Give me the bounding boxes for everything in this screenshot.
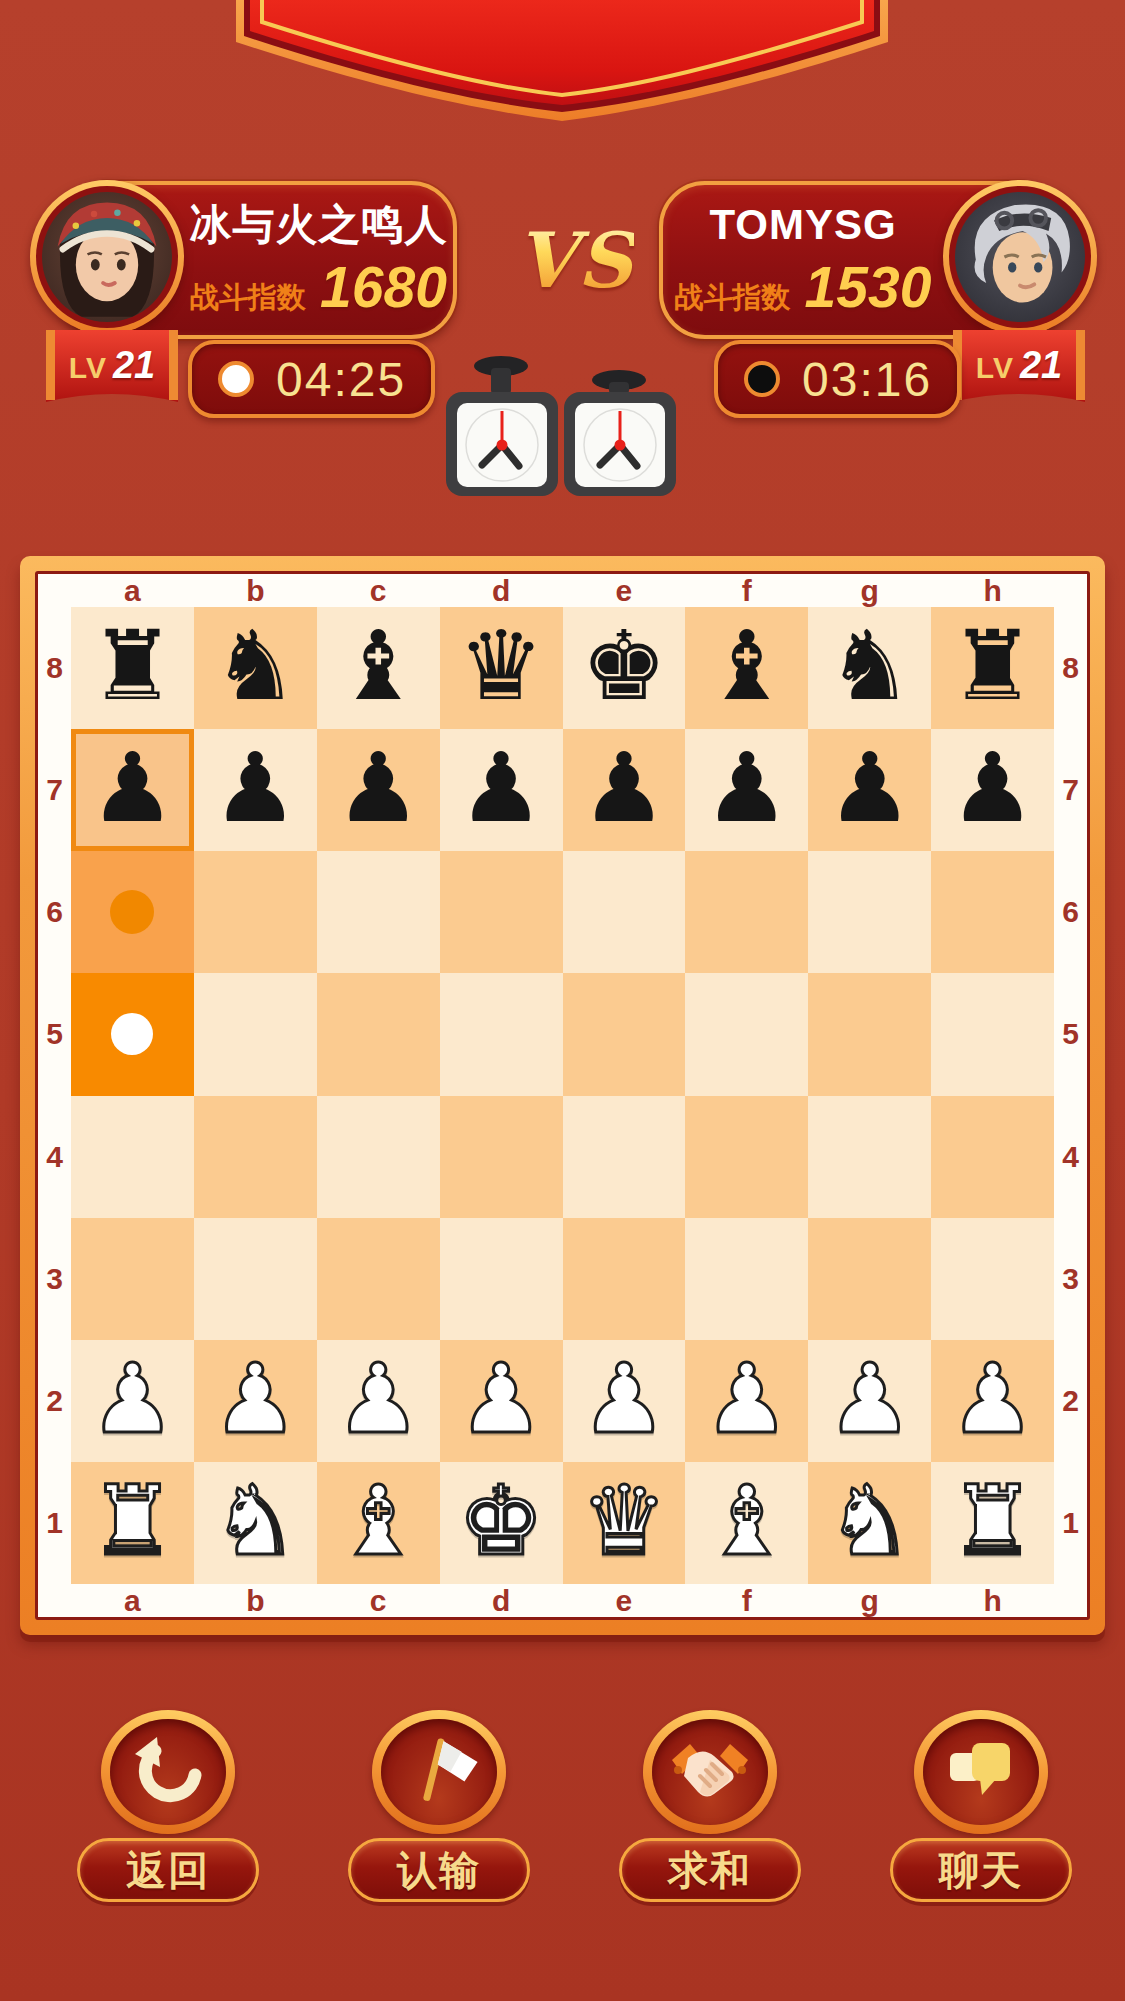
square-e8[interactable]: ♚: [563, 607, 686, 729]
square-e1[interactable]: ♛: [563, 1462, 686, 1584]
piece-white-pawn: ♟: [704, 1351, 790, 1447]
level-banner-black: LV21: [953, 330, 1085, 418]
piece-black-knight: ♞: [827, 618, 913, 714]
handshake-icon: [670, 1732, 750, 1812]
piece-white-rook: ♜: [89, 1473, 175, 1569]
piece-black-pawn: ♟: [458, 740, 544, 836]
file-label-d-top: d: [440, 574, 563, 607]
piece-black-bishop: ♝: [335, 618, 421, 714]
square-h2[interactable]: ♟: [931, 1340, 1054, 1462]
rank-label-2-left: 2: [38, 1340, 71, 1462]
square-h8[interactable]: ♜: [931, 607, 1054, 729]
square-a2[interactable]: ♟: [71, 1340, 194, 1462]
square-e7[interactable]: ♟: [563, 729, 686, 851]
square-a8[interactable]: ♜: [71, 607, 194, 729]
square-g3[interactable]: [808, 1218, 931, 1340]
square-b6[interactable]: [194, 851, 317, 973]
file-label-e-top: e: [563, 574, 686, 607]
player-name-black: TOMYSG: [663, 202, 943, 248]
piece-black-rook: ♜: [950, 618, 1036, 714]
square-c1[interactable]: ♝: [317, 1462, 440, 1584]
square-b7[interactable]: ♟: [194, 729, 317, 851]
avatar-girl-portrait: [42, 192, 172, 322]
square-b4[interactable]: [194, 1096, 317, 1218]
rating-value-black: 1530: [805, 254, 932, 320]
piece-white-pawn: ♟: [950, 1351, 1036, 1447]
square-b8[interactable]: ♞: [194, 607, 317, 729]
board-corner: [1054, 574, 1087, 607]
square-d5[interactable]: [440, 973, 563, 1095]
square-f2[interactable]: ♟: [685, 1340, 808, 1462]
draw-offer-button[interactable]: 求和: [615, 1710, 805, 1906]
square-c5[interactable]: [317, 973, 440, 1095]
square-f3[interactable]: [685, 1218, 808, 1340]
chat-bubbles-icon: [944, 1735, 1018, 1809]
piece-white-king: ♚: [458, 1473, 544, 1569]
move-hint-dot: [110, 890, 154, 934]
rank-label-8-right: 8: [1054, 607, 1087, 729]
piece-black-pawn: ♟: [212, 740, 298, 836]
avatar-boy-portrait: [955, 192, 1085, 322]
avatar-white-player[interactable]: [30, 180, 184, 334]
file-label-h-bottom: h: [931, 1584, 1054, 1617]
square-a5[interactable]: [71, 973, 194, 1095]
piece-black-queen: ♛: [458, 618, 544, 714]
rank-label-1-right: 1: [1054, 1462, 1087, 1584]
rank-label-5-right: 5: [1054, 973, 1087, 1095]
piece-white-pawn: ♟: [581, 1351, 667, 1447]
rank-label-4-right: 4: [1054, 1096, 1087, 1218]
square-g8[interactable]: ♞: [808, 607, 931, 729]
chat-button-label: 聊天: [939, 1843, 1023, 1898]
square-c6[interactable]: [317, 851, 440, 973]
square-b5[interactable]: [194, 973, 317, 1095]
square-f8[interactable]: ♝: [685, 607, 808, 729]
square-g6[interactable]: [808, 851, 931, 973]
rank-label-7-left: 7: [38, 729, 71, 851]
piece-white-bishop: ♝: [335, 1473, 421, 1569]
square-f5[interactable]: [685, 973, 808, 1095]
rank-label-2-right: 2: [1054, 1340, 1087, 1462]
undo-arrow-icon: [131, 1735, 205, 1809]
square-f1[interactable]: ♝: [685, 1462, 808, 1584]
piece-white-knight: ♞: [212, 1473, 298, 1569]
rank-label-1-left: 1: [38, 1462, 71, 1584]
file-label-g-top: g: [808, 574, 931, 607]
square-e3[interactable]: [563, 1218, 686, 1340]
level-value-white: 21: [113, 344, 155, 386]
piece-white-pawn: ♟: [212, 1351, 298, 1447]
piece-white-pawn: ♟: [827, 1351, 913, 1447]
file-label-f-bottom: f: [685, 1584, 808, 1617]
file-label-c-top: c: [317, 574, 440, 607]
file-label-d-bottom: d: [440, 1584, 563, 1617]
rating-value-white: 1680: [320, 254, 447, 320]
timer-black: 03:16: [714, 340, 961, 418]
banner-ribbon: [0, 0, 1125, 130]
white-flag-icon: [400, 1733, 478, 1811]
player-name-white: 冰与火之鸣人: [184, 202, 453, 248]
square-c2[interactable]: ♟: [317, 1340, 440, 1462]
square-h5[interactable]: [931, 973, 1054, 1095]
square-e4[interactable]: [563, 1096, 686, 1218]
file-label-b-top: b: [194, 574, 317, 607]
piece-white-rook: ♜: [950, 1473, 1036, 1569]
square-c8[interactable]: ♝: [317, 607, 440, 729]
resign-button[interactable]: 认输: [344, 1710, 534, 1906]
rank-label-6-right: 6: [1054, 851, 1087, 973]
square-d4[interactable]: [440, 1096, 563, 1218]
square-h1[interactable]: ♜: [931, 1462, 1054, 1584]
piece-black-rook: ♜: [89, 618, 175, 714]
chess-clock-icon: [444, 348, 678, 500]
back-button-label: 返回: [126, 1843, 210, 1898]
square-b3[interactable]: [194, 1218, 317, 1340]
square-g5[interactable]: [808, 973, 931, 1095]
square-b1[interactable]: ♞: [194, 1462, 317, 1584]
piece-white-bishop: ♝: [704, 1473, 790, 1569]
file-label-g-bottom: g: [808, 1584, 931, 1617]
chat-button[interactable]: 聊天: [886, 1710, 1076, 1906]
piece-white-pawn: ♟: [335, 1351, 421, 1447]
square-a4[interactable]: [71, 1096, 194, 1218]
piece-black-knight: ♞: [212, 618, 298, 714]
piece-black-bishop: ♝: [704, 618, 790, 714]
rank-label-3-right: 3: [1054, 1218, 1087, 1340]
vs-label: VS: [495, 205, 655, 315]
board-corner: [1054, 1584, 1087, 1617]
square-b2[interactable]: ♟: [194, 1340, 317, 1462]
file-label-f-top: f: [685, 574, 808, 607]
level-value-black: 21: [1020, 344, 1062, 386]
square-d3[interactable]: [440, 1218, 563, 1340]
rank-label-7-right: 7: [1054, 729, 1087, 851]
square-f6[interactable]: [685, 851, 808, 973]
square-d6[interactable]: [440, 851, 563, 973]
square-a1[interactable]: ♜: [71, 1462, 194, 1584]
square-a3[interactable]: [71, 1218, 194, 1340]
square-a6[interactable]: [71, 851, 194, 973]
square-h4[interactable]: [931, 1096, 1054, 1218]
square-d7[interactable]: ♟: [440, 729, 563, 851]
rank-label-5-left: 5: [38, 973, 71, 1095]
piece-white-queen: ♛: [581, 1473, 667, 1569]
square-g7[interactable]: ♟: [808, 729, 931, 851]
square-g1[interactable]: ♞: [808, 1462, 931, 1584]
piece-black-pawn: ♟: [950, 740, 1036, 836]
square-h6[interactable]: [931, 851, 1054, 973]
square-f7[interactable]: ♟: [685, 729, 808, 851]
square-g4[interactable]: [808, 1096, 931, 1218]
resign-button-label: 认输: [397, 1843, 481, 1898]
chess-board: abcdefgh8♜♞♝♛♚♝♞♜87♟♟♟♟♟♟♟♟7665544332♟♟♟…: [38, 574, 1087, 1617]
square-e2[interactable]: ♟: [563, 1340, 686, 1462]
timer-white: 04:25: [188, 340, 435, 418]
chess-board-frame: abcdefgh8♜♞♝♛♚♝♞♜87♟♟♟♟♟♟♟♟7665544332♟♟♟…: [20, 556, 1105, 1635]
square-h7[interactable]: ♟: [931, 729, 1054, 851]
square-e6[interactable]: [563, 851, 686, 973]
draw-button-label: 求和: [668, 1843, 752, 1898]
square-a7[interactable]: ♟: [71, 729, 194, 851]
piece-black-pawn: ♟: [704, 740, 790, 836]
level-banner-white: LV21: [46, 330, 178, 418]
square-f4[interactable]: [685, 1096, 808, 1218]
file-label-a-bottom: a: [71, 1584, 194, 1617]
file-label-h-top: h: [931, 574, 1054, 607]
piece-white-pawn: ♟: [89, 1351, 175, 1447]
rank-label-8-left: 8: [38, 607, 71, 729]
piece-black-pawn: ♟: [335, 740, 421, 836]
square-c3[interactable]: [317, 1218, 440, 1340]
square-c4[interactable]: [317, 1096, 440, 1218]
piece-black-king: ♚: [581, 618, 667, 714]
square-g2[interactable]: ♟: [808, 1340, 931, 1462]
time-black: 03:16: [802, 352, 932, 407]
square-e5[interactable]: [563, 973, 686, 1095]
file-label-b-bottom: b: [194, 1584, 317, 1617]
file-label-c-bottom: c: [317, 1584, 440, 1617]
rating-label-white: 战斗指数: [190, 278, 306, 318]
piece-black-pawn: ♟: [89, 740, 175, 836]
time-white: 04:25: [276, 352, 406, 407]
chess-board-margin: abcdefgh8♜♞♝♛♚♝♞♜87♟♟♟♟♟♟♟♟7665544332♟♟♟…: [35, 571, 1090, 1620]
piece-black-pawn: ♟: [827, 740, 913, 836]
piece-white-knight: ♞: [827, 1473, 913, 1569]
file-label-a-top: a: [71, 574, 194, 607]
board-corner: [38, 574, 71, 607]
board-corner: [38, 1584, 71, 1617]
piece-white-pawn: ♟: [458, 1351, 544, 1447]
piece-black-pawn: ♟: [581, 740, 667, 836]
avatar-black-player[interactable]: [943, 180, 1097, 334]
rating-label-black: 战斗指数: [675, 278, 791, 318]
rank-label-6-left: 6: [38, 851, 71, 973]
move-target-dot: [111, 1013, 153, 1055]
rank-label-4-left: 4: [38, 1096, 71, 1218]
file-label-e-bottom: e: [563, 1584, 686, 1617]
rank-label-3-left: 3: [38, 1218, 71, 1340]
level-label-black: LV: [976, 351, 1014, 384]
white-side-dot: [218, 361, 254, 397]
square-d2[interactable]: ♟: [440, 1340, 563, 1462]
square-d1[interactable]: ♚: [440, 1462, 563, 1584]
back-button[interactable]: 返回: [73, 1710, 263, 1906]
black-side-dot: [744, 361, 780, 397]
square-h3[interactable]: [931, 1218, 1054, 1340]
level-label-white: LV: [69, 351, 107, 384]
square-c7[interactable]: ♟: [317, 729, 440, 851]
square-d8[interactable]: ♛: [440, 607, 563, 729]
